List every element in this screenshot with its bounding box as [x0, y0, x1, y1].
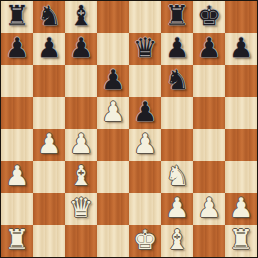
square-c3[interactable]: ♝	[65, 161, 97, 193]
white-bishop-icon: ♝	[165, 225, 189, 256]
square-c5[interactable]	[65, 97, 97, 129]
white-queen-icon: ♛	[69, 193, 93, 224]
square-f2[interactable]: ♟	[161, 193, 193, 225]
chess-board: ♜♞♝♜♚♟♟♟♛♟♟♟♟♞♟♟♟♟♟♟♝♞♛♟♟♟♜♚♝♜	[1, 1, 257, 257]
square-e3[interactable]	[129, 161, 161, 193]
square-a2[interactable]	[1, 193, 33, 225]
black-pawn-icon: ♟	[133, 97, 157, 128]
square-c7[interactable]: ♟	[65, 33, 97, 65]
square-b8[interactable]: ♞	[33, 1, 65, 33]
square-e8[interactable]	[129, 1, 161, 33]
square-h4[interactable]	[225, 129, 257, 161]
square-g4[interactable]	[193, 129, 225, 161]
black-knight-icon: ♞	[37, 1, 61, 32]
square-c4[interactable]: ♟	[65, 129, 97, 161]
square-h7[interactable]: ♟	[225, 33, 257, 65]
square-b5[interactable]	[33, 97, 65, 129]
white-king-icon: ♚	[133, 225, 157, 256]
square-b1[interactable]	[33, 225, 65, 257]
white-pawn-icon: ♟	[197, 193, 221, 224]
white-pawn-icon: ♟	[101, 97, 125, 128]
square-d2[interactable]	[97, 193, 129, 225]
white-pawn-icon: ♟	[165, 193, 189, 224]
square-e6[interactable]	[129, 65, 161, 97]
square-d5[interactable]: ♟	[97, 97, 129, 129]
white-pawn-icon: ♟	[133, 129, 157, 160]
black-pawn-icon: ♟	[229, 33, 253, 64]
white-rook-icon: ♜	[5, 225, 29, 256]
white-pawn-icon: ♟	[5, 161, 29, 192]
square-b7[interactable]: ♟	[33, 33, 65, 65]
square-g7[interactable]: ♟	[193, 33, 225, 65]
square-e5[interactable]: ♟	[129, 97, 161, 129]
square-e2[interactable]	[129, 193, 161, 225]
black-pawn-icon: ♟	[165, 33, 189, 64]
square-g6[interactable]	[193, 65, 225, 97]
square-e4[interactable]: ♟	[129, 129, 161, 161]
black-queen-icon: ♛	[133, 33, 157, 64]
square-b6[interactable]	[33, 65, 65, 97]
square-f5[interactable]	[161, 97, 193, 129]
black-knight-icon: ♞	[165, 65, 189, 96]
square-h5[interactable]	[225, 97, 257, 129]
square-h8[interactable]	[225, 1, 257, 33]
square-f6[interactable]: ♞	[161, 65, 193, 97]
black-pawn-icon: ♟	[37, 33, 61, 64]
black-pawn-icon: ♟	[101, 65, 125, 96]
square-h2[interactable]: ♟	[225, 193, 257, 225]
black-bishop-icon: ♝	[69, 1, 93, 32]
square-f7[interactable]: ♟	[161, 33, 193, 65]
square-f1[interactable]: ♝	[161, 225, 193, 257]
white-pawn-icon: ♟	[37, 129, 61, 160]
black-rook-icon: ♜	[5, 1, 29, 32]
white-pawn-icon: ♟	[69, 129, 93, 160]
square-d3[interactable]	[97, 161, 129, 193]
square-a6[interactable]	[1, 65, 33, 97]
black-pawn-icon: ♟	[69, 33, 93, 64]
square-e1[interactable]: ♚	[129, 225, 161, 257]
square-b2[interactable]	[33, 193, 65, 225]
square-b3[interactable]	[33, 161, 65, 193]
square-g5[interactable]	[193, 97, 225, 129]
square-a4[interactable]	[1, 129, 33, 161]
white-knight-icon: ♞	[165, 161, 189, 192]
black-pawn-icon: ♟	[5, 33, 29, 64]
black-pawn-icon: ♟	[197, 33, 221, 64]
square-d1[interactable]	[97, 225, 129, 257]
chess-board-frame: ♜♞♝♜♚♟♟♟♛♟♟♟♟♞♟♟♟♟♟♟♝♞♛♟♟♟♜♚♝♜	[0, 0, 258, 258]
square-g2[interactable]: ♟	[193, 193, 225, 225]
white-rook-icon: ♜	[229, 225, 253, 256]
square-d4[interactable]	[97, 129, 129, 161]
square-d7[interactable]	[97, 33, 129, 65]
square-h1[interactable]: ♜	[225, 225, 257, 257]
square-h6[interactable]	[225, 65, 257, 97]
square-c6[interactable]	[65, 65, 97, 97]
square-a8[interactable]: ♜	[1, 1, 33, 33]
square-c1[interactable]	[65, 225, 97, 257]
square-g3[interactable]	[193, 161, 225, 193]
square-d8[interactable]	[97, 1, 129, 33]
square-a7[interactable]: ♟	[1, 33, 33, 65]
white-pawn-icon: ♟	[229, 193, 253, 224]
square-g1[interactable]	[193, 225, 225, 257]
square-f3[interactable]: ♞	[161, 161, 193, 193]
square-a5[interactable]	[1, 97, 33, 129]
square-c2[interactable]: ♛	[65, 193, 97, 225]
black-rook-icon: ♜	[165, 1, 189, 32]
square-c8[interactable]: ♝	[65, 1, 97, 33]
square-f8[interactable]: ♜	[161, 1, 193, 33]
square-h3[interactable]	[225, 161, 257, 193]
square-a1[interactable]: ♜	[1, 225, 33, 257]
square-e7[interactable]: ♛	[129, 33, 161, 65]
square-d6[interactable]: ♟	[97, 65, 129, 97]
black-king-icon: ♚	[197, 1, 221, 32]
square-b4[interactable]: ♟	[33, 129, 65, 161]
square-f4[interactable]	[161, 129, 193, 161]
square-a3[interactable]: ♟	[1, 161, 33, 193]
white-bishop-icon: ♝	[69, 161, 93, 192]
square-g8[interactable]: ♚	[193, 1, 225, 33]
